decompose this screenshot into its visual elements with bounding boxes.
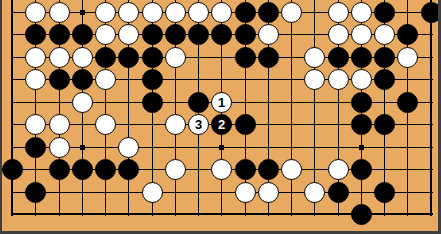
stone-black — [118, 47, 139, 68]
stone-black — [211, 24, 232, 45]
stone-white — [118, 2, 139, 23]
star-point — [80, 145, 85, 150]
stone-white: 1 — [211, 92, 232, 113]
stone-black — [351, 114, 372, 135]
grid-line-vertical — [291, 0, 292, 216]
stone-white — [328, 2, 349, 23]
star-point — [219, 145, 224, 150]
move-number-label: 1 — [218, 96, 225, 109]
stone-black — [25, 24, 46, 45]
stone-white — [25, 47, 46, 68]
stone-black — [235, 114, 256, 135]
stone-white — [281, 159, 302, 180]
stone-black — [351, 159, 372, 180]
stone-black — [235, 2, 256, 23]
stone-white — [142, 182, 163, 203]
stone-white — [72, 92, 93, 113]
stone-white — [118, 24, 139, 45]
stone-white — [49, 114, 70, 135]
stone-white — [258, 24, 279, 45]
stone-white — [258, 182, 279, 203]
stone-black — [72, 159, 93, 180]
stone-black — [188, 24, 209, 45]
move-number-label: 2 — [218, 118, 225, 131]
stone-black — [72, 69, 93, 90]
stone-white — [95, 69, 116, 90]
stone-black — [72, 24, 93, 45]
stone-black — [142, 69, 163, 90]
stone-black — [2, 159, 23, 180]
stone-black — [188, 92, 209, 113]
stone-white — [25, 114, 46, 135]
stone-black — [328, 182, 349, 203]
stone-white — [118, 137, 139, 158]
frame-left — [0, 0, 2, 234]
grid-line-vertical — [430, 0, 432, 216]
stone-white — [211, 2, 232, 23]
stone-black — [351, 204, 372, 225]
stone-white — [397, 47, 418, 68]
stone-white — [304, 47, 325, 68]
stone-black: 2 — [211, 114, 232, 135]
stone-black — [25, 137, 46, 158]
stone-white — [328, 69, 349, 90]
stone-white — [188, 2, 209, 23]
stone-black — [49, 159, 70, 180]
stone-black — [351, 92, 372, 113]
stone-white — [374, 24, 395, 45]
stone-white — [351, 24, 372, 45]
stone-white — [95, 24, 116, 45]
stone-black — [142, 47, 163, 68]
stone-black — [258, 2, 279, 23]
stone-black — [397, 92, 418, 113]
star-point — [80, 10, 85, 15]
stone-white — [304, 182, 325, 203]
stone-white — [72, 47, 93, 68]
move-number-label: 3 — [195, 118, 202, 131]
stone-white — [165, 47, 186, 68]
stone-white — [49, 2, 70, 23]
stone-black — [235, 159, 256, 180]
stone-black — [118, 159, 139, 180]
stone-black — [165, 24, 186, 45]
stone-black — [49, 69, 70, 90]
stone-black — [374, 69, 395, 90]
stone-black — [49, 24, 70, 45]
stone-white — [211, 159, 232, 180]
grid-line-vertical — [11, 0, 13, 216]
stone-black — [374, 47, 395, 68]
star-point — [359, 145, 364, 150]
stone-black — [258, 47, 279, 68]
stone-white — [25, 69, 46, 90]
stone-white — [165, 2, 186, 23]
frame-bottom — [0, 231, 441, 234]
stone-white — [165, 159, 186, 180]
stone-black — [374, 182, 395, 203]
stone-black — [397, 24, 418, 45]
stone-black — [142, 92, 163, 113]
stone-black — [258, 159, 279, 180]
stone-black — [351, 47, 372, 68]
stone-white — [165, 114, 186, 135]
stone-white — [25, 2, 46, 23]
stone-white — [142, 2, 163, 23]
stone-black — [95, 47, 116, 68]
stone-white — [95, 2, 116, 23]
stone-white — [95, 114, 116, 135]
grid-line-horizontal — [11, 192, 433, 193]
stone-black — [374, 114, 395, 135]
stone-black — [25, 182, 46, 203]
stone-black — [95, 159, 116, 180]
stone-black — [235, 47, 256, 68]
stone-black — [142, 24, 163, 45]
stone-black — [328, 47, 349, 68]
stone-white — [328, 159, 349, 180]
stone-white — [304, 69, 325, 90]
stone-white — [281, 2, 302, 23]
go-board: 132 — [0, 0, 441, 234]
stone-white: 3 — [188, 114, 209, 135]
stone-white — [328, 24, 349, 45]
stone-white — [49, 137, 70, 158]
stone-black — [235, 24, 256, 45]
stone-white — [235, 182, 256, 203]
stone-white — [49, 47, 70, 68]
stone-black — [374, 2, 395, 23]
stone-white — [351, 2, 372, 23]
stone-white — [351, 69, 372, 90]
